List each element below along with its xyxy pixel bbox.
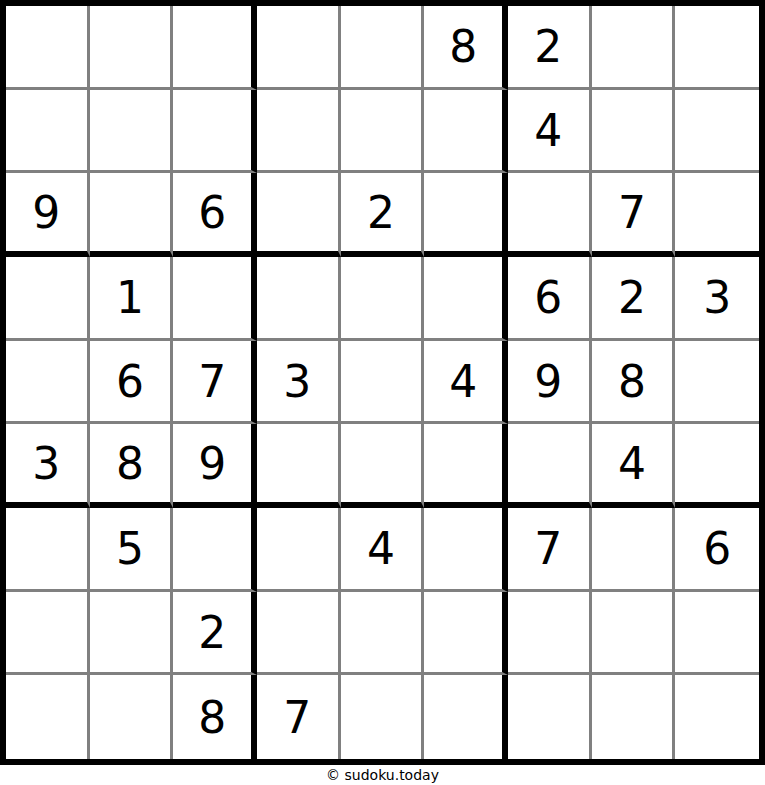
sudoku-cell-r1c6[interactable]: 8	[424, 6, 508, 90]
sudoku-cell-r1c7[interactable]: 2	[508, 6, 592, 90]
sudoku-cell-r1c3[interactable]	[173, 6, 257, 90]
sudoku-board: 8249627162367349838945476287	[0, 0, 765, 765]
sudoku-cell-r1c2[interactable]	[90, 6, 174, 90]
sudoku-cell-r7c3[interactable]	[173, 508, 257, 592]
sudoku-cell-r4c6[interactable]	[424, 257, 508, 341]
sudoku-cell-r7c8[interactable]	[592, 508, 676, 592]
sudoku-cell-r4c3[interactable]	[173, 257, 257, 341]
sudoku-cell-r3c6[interactable]	[424, 173, 508, 257]
sudoku-cell-r2c2[interactable]	[90, 90, 174, 174]
sudoku-cell-r4c9[interactable]: 3	[675, 257, 759, 341]
sudoku-cell-r5c1[interactable]	[6, 341, 90, 425]
sudoku-cell-r8c8[interactable]	[592, 592, 676, 676]
sudoku-page: 8249627162367349838945476287 © sudoku.to…	[0, 0, 765, 785]
sudoku-cell-r2c6[interactable]	[424, 90, 508, 174]
sudoku-cell-r1c4[interactable]	[257, 6, 341, 90]
sudoku-cell-r9c8[interactable]	[592, 675, 676, 759]
sudoku-cell-r7c1[interactable]	[6, 508, 90, 592]
sudoku-cell-r7c5[interactable]: 4	[341, 508, 425, 592]
sudoku-cell-r5c5[interactable]	[341, 341, 425, 425]
sudoku-cell-r9c6[interactable]	[424, 675, 508, 759]
sudoku-cell-r8c6[interactable]	[424, 592, 508, 676]
sudoku-cell-r3c8[interactable]: 7	[592, 173, 676, 257]
sudoku-cell-r7c6[interactable]	[424, 508, 508, 592]
sudoku-cell-r7c4[interactable]	[257, 508, 341, 592]
sudoku-cell-r3c9[interactable]	[675, 173, 759, 257]
sudoku-cell-r5c9[interactable]	[675, 341, 759, 425]
sudoku-cell-r6c8[interactable]: 4	[592, 424, 676, 508]
sudoku-cell-r2c5[interactable]	[341, 90, 425, 174]
sudoku-cell-r8c5[interactable]	[341, 592, 425, 676]
sudoku-cell-r3c3[interactable]: 6	[173, 173, 257, 257]
sudoku-cell-r6c2[interactable]: 8	[90, 424, 174, 508]
sudoku-cell-r8c4[interactable]	[257, 592, 341, 676]
sudoku-cell-r1c5[interactable]	[341, 6, 425, 90]
sudoku-cell-r8c3[interactable]: 2	[173, 592, 257, 676]
sudoku-cell-r2c7[interactable]: 4	[508, 90, 592, 174]
sudoku-cell-r6c7[interactable]	[508, 424, 592, 508]
sudoku-cell-r3c4[interactable]	[257, 173, 341, 257]
sudoku-cell-r4c4[interactable]	[257, 257, 341, 341]
sudoku-cell-r2c4[interactable]	[257, 90, 341, 174]
sudoku-cell-r4c5[interactable]	[341, 257, 425, 341]
sudoku-cell-r2c1[interactable]	[6, 90, 90, 174]
footer: © sudoku.today	[0, 765, 765, 785]
sudoku-cell-r6c5[interactable]	[341, 424, 425, 508]
sudoku-cell-r1c1[interactable]	[6, 6, 90, 90]
sudoku-cell-r8c1[interactable]	[6, 592, 90, 676]
sudoku-cell-r3c2[interactable]	[90, 173, 174, 257]
sudoku-cell-r7c7[interactable]: 7	[508, 508, 592, 592]
sudoku-cell-r9c7[interactable]	[508, 675, 592, 759]
sudoku-cell-r1c9[interactable]	[675, 6, 759, 90]
sudoku-cell-r4c8[interactable]: 2	[592, 257, 676, 341]
sudoku-cell-r5c8[interactable]: 8	[592, 341, 676, 425]
sudoku-cell-r3c1[interactable]: 9	[6, 173, 90, 257]
sudoku-cell-r4c1[interactable]	[6, 257, 90, 341]
sudoku-cell-r9c1[interactable]	[6, 675, 90, 759]
sudoku-cell-r6c6[interactable]	[424, 424, 508, 508]
sudoku-cell-r7c9[interactable]: 6	[675, 508, 759, 592]
sudoku-cell-r6c3[interactable]: 9	[173, 424, 257, 508]
sudoku-cell-r5c3[interactable]: 7	[173, 341, 257, 425]
sudoku-cell-r1c8[interactable]	[592, 6, 676, 90]
sudoku-cell-r7c2[interactable]: 5	[90, 508, 174, 592]
sudoku-cell-r5c2[interactable]: 6	[90, 341, 174, 425]
sudoku-cell-r8c2[interactable]	[90, 592, 174, 676]
sudoku-cell-r9c5[interactable]	[341, 675, 425, 759]
sudoku-cell-r4c7[interactable]: 6	[508, 257, 592, 341]
sudoku-cell-r8c7[interactable]	[508, 592, 592, 676]
sudoku-cell-r3c5[interactable]: 2	[341, 173, 425, 257]
sudoku-cell-r9c3[interactable]: 8	[173, 675, 257, 759]
sudoku-cell-r6c1[interactable]: 3	[6, 424, 90, 508]
site-credit: © sudoku.today	[326, 767, 439, 783]
sudoku-cell-r3c7[interactable]	[508, 173, 592, 257]
sudoku-cell-r2c3[interactable]	[173, 90, 257, 174]
sudoku-cell-r5c6[interactable]: 4	[424, 341, 508, 425]
sudoku-cell-r9c4[interactable]: 7	[257, 675, 341, 759]
sudoku-cell-r8c9[interactable]	[675, 592, 759, 676]
sudoku-cell-r5c4[interactable]: 3	[257, 341, 341, 425]
sudoku-cell-r4c2[interactable]: 1	[90, 257, 174, 341]
sudoku-cell-r2c8[interactable]	[592, 90, 676, 174]
sudoku-cell-r9c2[interactable]	[90, 675, 174, 759]
sudoku-cell-r2c9[interactable]	[675, 90, 759, 174]
sudoku-cell-r6c9[interactable]	[675, 424, 759, 508]
sudoku-cell-r5c7[interactable]: 9	[508, 341, 592, 425]
sudoku-cell-r9c9[interactable]	[675, 675, 759, 759]
sudoku-cell-r6c4[interactable]	[257, 424, 341, 508]
